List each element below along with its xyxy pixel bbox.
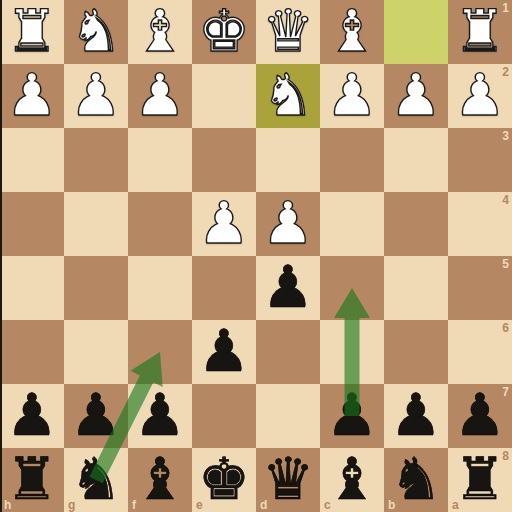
white-king[interactable]: ♚ [192,0,256,64]
square-a7[interactable]: ♟ [448,384,512,448]
white-knight[interactable]: ♞ [64,0,128,64]
black-knight[interactable]: ♞ [384,448,448,512]
white-pawn[interactable]: ♟ [0,64,64,128]
white-pawn[interactable]: ♟ [256,192,320,256]
square-b3[interactable] [384,128,448,192]
square-f6[interactable] [128,320,192,384]
square-d2[interactable]: ♞ [256,64,320,128]
white-knight[interactable]: ♞ [256,64,320,128]
left-edge-strip [0,0,2,512]
square-c5[interactable] [320,256,384,320]
black-bishop[interactable]: ♝ [128,448,192,512]
square-c4[interactable] [320,192,384,256]
white-pawn[interactable]: ♟ [64,64,128,128]
square-h4[interactable] [0,192,64,256]
square-c2[interactable]: ♟ [320,64,384,128]
square-b5[interactable] [384,256,448,320]
white-pawn[interactable]: ♟ [192,192,256,256]
square-e7[interactable] [192,384,256,448]
square-e1[interactable]: ♚ [192,0,256,64]
square-c1[interactable]: ♝ [320,0,384,64]
square-g2[interactable]: ♟ [64,64,128,128]
black-pawn[interactable]: ♟ [256,256,320,320]
square-d7[interactable] [256,384,320,448]
square-f3[interactable] [128,128,192,192]
square-b2[interactable]: ♟ [384,64,448,128]
square-b7[interactable]: ♟ [384,384,448,448]
square-h7[interactable]: ♟ [0,384,64,448]
square-g3[interactable] [64,128,128,192]
square-b1[interactable] [384,0,448,64]
white-pawn[interactable]: ♟ [320,64,384,128]
white-rook[interactable]: ♜ [0,0,64,64]
square-f2[interactable]: ♟ [128,64,192,128]
black-pawn[interactable]: ♟ [0,384,64,448]
square-e5[interactable] [192,256,256,320]
white-pawn[interactable]: ♟ [448,64,512,128]
square-h3[interactable] [0,128,64,192]
black-king[interactable]: ♚ [192,448,256,512]
square-f8[interactable]: ♝ [128,448,192,512]
square-f4[interactable] [128,192,192,256]
square-d6[interactable] [256,320,320,384]
square-e2[interactable] [192,64,256,128]
black-pawn[interactable]: ♟ [64,384,128,448]
white-pawn[interactable]: ♟ [384,64,448,128]
white-rook[interactable]: ♜ [448,0,512,64]
square-a1[interactable]: ♜ [448,0,512,64]
chess-board: ♜♞♝♚♛♝♜♟♟♟♞♟♟♟♟♟♟♟♟♟♟♟♟♟♜♞♝♚♛♝♞♜ [0,0,512,512]
square-h6[interactable] [0,320,64,384]
white-bishop[interactable]: ♝ [128,0,192,64]
square-e6[interactable]: ♟ [192,320,256,384]
square-h8[interactable]: ♜ [0,448,64,512]
square-a4[interactable] [448,192,512,256]
white-queen[interactable]: ♛ [256,0,320,64]
square-a2[interactable]: ♟ [448,64,512,128]
square-a3[interactable] [448,128,512,192]
square-g1[interactable]: ♞ [64,0,128,64]
square-b8[interactable]: ♞ [384,448,448,512]
square-c6[interactable] [320,320,384,384]
square-g7[interactable]: ♟ [64,384,128,448]
square-a8[interactable]: ♜ [448,448,512,512]
white-bishop[interactable]: ♝ [320,0,384,64]
black-rook[interactable]: ♜ [448,448,512,512]
square-g8[interactable]: ♞ [64,448,128,512]
square-b4[interactable] [384,192,448,256]
square-g4[interactable] [64,192,128,256]
black-queen[interactable]: ♛ [256,448,320,512]
square-d5[interactable]: ♟ [256,256,320,320]
square-c8[interactable]: ♝ [320,448,384,512]
square-f1[interactable]: ♝ [128,0,192,64]
black-pawn[interactable]: ♟ [192,320,256,384]
square-e4[interactable]: ♟ [192,192,256,256]
black-knight[interactable]: ♞ [64,448,128,512]
black-pawn[interactable]: ♟ [320,384,384,448]
white-pawn[interactable]: ♟ [128,64,192,128]
square-f7[interactable]: ♟ [128,384,192,448]
black-pawn[interactable]: ♟ [384,384,448,448]
square-d4[interactable]: ♟ [256,192,320,256]
square-d1[interactable]: ♛ [256,0,320,64]
square-e3[interactable] [192,128,256,192]
square-g6[interactable] [64,320,128,384]
black-pawn[interactable]: ♟ [448,384,512,448]
square-c7[interactable]: ♟ [320,384,384,448]
black-bishop[interactable]: ♝ [320,448,384,512]
square-a6[interactable] [448,320,512,384]
board-container: ♜♞♝♚♛♝♜♟♟♟♞♟♟♟♟♟♟♟♟♟♟♟♟♟♜♞♝♚♛♝♞♜ hgfedcb… [0,0,512,512]
square-h5[interactable] [0,256,64,320]
square-e8[interactable]: ♚ [192,448,256,512]
square-h2[interactable]: ♟ [0,64,64,128]
square-g5[interactable] [64,256,128,320]
square-d8[interactable]: ♛ [256,448,320,512]
square-d3[interactable] [256,128,320,192]
square-a5[interactable] [448,256,512,320]
square-f5[interactable] [128,256,192,320]
black-pawn[interactable]: ♟ [128,384,192,448]
square-h1[interactable]: ♜ [0,0,64,64]
square-c3[interactable] [320,128,384,192]
black-rook[interactable]: ♜ [0,448,64,512]
square-b6[interactable] [384,320,448,384]
